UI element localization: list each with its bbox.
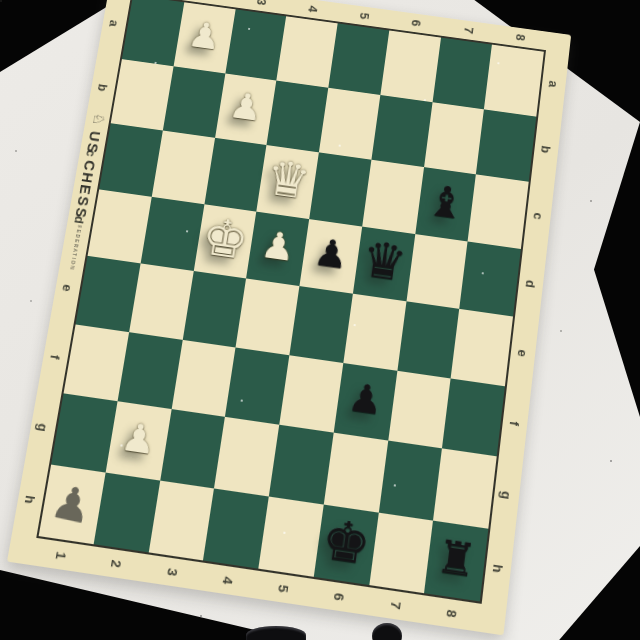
photo-scene: 12345678 12345678 abcdefgh abcdefgh ♘ US…: [0, 0, 640, 640]
square-c7: ♝: [415, 167, 476, 241]
white-pawn: ♟: [185, 16, 223, 55]
uschess-logo-subtitle: FEDERATION: [69, 225, 83, 271]
square-c4: ♛: [257, 145, 319, 219]
black-pawn: ♟: [312, 234, 351, 276]
square-f5: [279, 355, 343, 433]
square-c5: [309, 152, 371, 226]
white-pawn: ♟: [259, 226, 298, 268]
square-f6: ♟: [333, 362, 397, 440]
square-b7: [424, 102, 485, 175]
square-d7: [406, 234, 468, 309]
black-pawn: ♟: [346, 378, 385, 421]
black-queen: ♛: [359, 234, 410, 289]
square-g7: [378, 440, 442, 520]
white-king: ♚: [198, 211, 252, 268]
square-g6: [324, 433, 388, 512]
square-d4: ♟: [246, 211, 309, 286]
square-c6: [362, 160, 424, 234]
captured-black-piece: [246, 626, 306, 640]
square-d6: ♛: [353, 226, 415, 301]
square-b5: [319, 87, 380, 159]
square-b4: [267, 80, 329, 152]
square-e7: [397, 301, 459, 378]
square-e5: [289, 286, 352, 362]
square-e4: [236, 278, 300, 354]
chessboard-mat-wrap: 12345678 12345678 abcdefgh abcdefgh ♘ US…: [7, 0, 571, 635]
white-queen: ♛: [263, 153, 314, 207]
black-bishop: ♝: [424, 178, 468, 226]
square-d5: ♟: [299, 219, 362, 294]
square-f7: [388, 370, 451, 448]
chessboard-mat: 12345678 12345678 abcdefgh abcdefgh ♘ US…: [7, 0, 571, 635]
square-g5: [269, 425, 334, 504]
square-e6: [343, 294, 406, 371]
uschess-crest-icon: ♘: [89, 112, 109, 127]
square-f4: [225, 347, 289, 425]
square-b6: [371, 94, 432, 167]
white-pawn: ♟: [227, 87, 265, 127]
photo-noise-dark: [0, 0, 2, 2]
black-king: ♚: [319, 511, 374, 573]
photo-black-edge-bottom-right: [546, 546, 640, 640]
photo-black-edge-right: [594, 122, 640, 417]
white-pawn: ♟: [118, 417, 159, 461]
